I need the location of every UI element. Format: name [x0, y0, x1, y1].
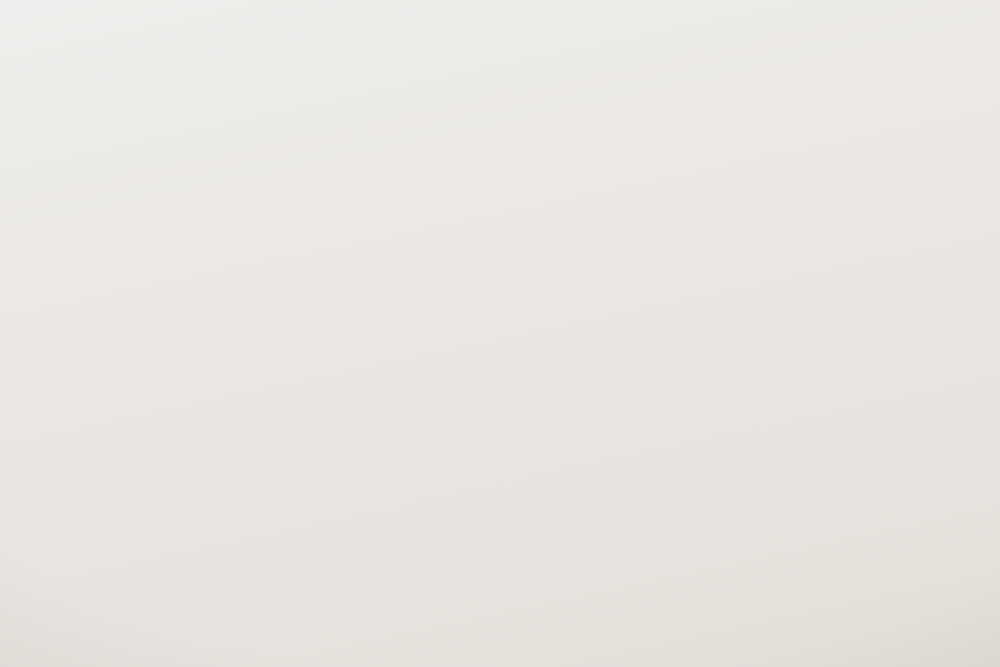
- chess-photo-scene: [0, 0, 1000, 667]
- chess-board: [0, 329, 1000, 667]
